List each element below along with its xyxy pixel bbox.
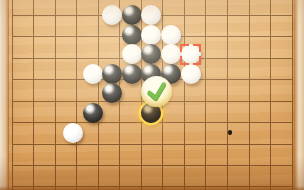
stone-black <box>122 25 142 45</box>
board-frame-right <box>293 0 304 190</box>
stone-black <box>102 64 122 84</box>
star-point <box>228 130 233 135</box>
stone-white <box>181 64 201 84</box>
gomoku-board[interactable] <box>0 0 304 190</box>
confirm-move-button[interactable] <box>141 76 172 107</box>
last-move-marker <box>180 44 201 65</box>
stone-black <box>83 103 103 123</box>
board-frame-bottom <box>0 186 304 190</box>
stone-black <box>122 5 142 25</box>
stone-white <box>161 25 181 45</box>
stone-white <box>141 25 161 45</box>
check-icon <box>139 74 173 108</box>
board-frame-left <box>0 0 9 190</box>
stone-white <box>83 64 103 84</box>
stone-white <box>63 123 83 143</box>
stone-white <box>122 44 142 64</box>
